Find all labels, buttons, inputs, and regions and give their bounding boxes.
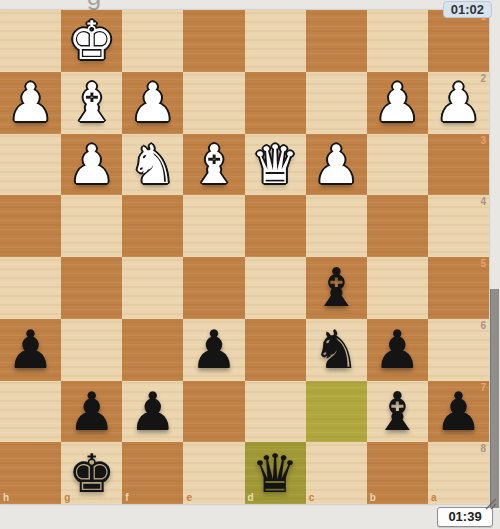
rank-label-2: 2: [480, 73, 486, 84]
square-d4[interactable]: [245, 195, 306, 257]
file-label-a: a: [431, 492, 437, 503]
piece-bP-g7[interactable]: ♟: [61, 381, 122, 443]
square-c1[interactable]: [306, 10, 367, 72]
square-a4[interactable]: 4: [428, 195, 489, 257]
piece-bP-e6[interactable]: ♟: [183, 319, 244, 381]
piece-bB-c5[interactable]: ♝: [306, 257, 367, 319]
square-g6[interactable]: [61, 319, 122, 381]
file-label-d: d: [248, 492, 254, 503]
square-f4[interactable]: [122, 195, 183, 257]
square-f3[interactable]: ♞: [122, 134, 183, 196]
square-a3[interactable]: 3: [428, 134, 489, 196]
square-a1[interactable]: 1: [428, 10, 489, 72]
square-e5[interactable]: [183, 257, 244, 319]
piece-wB-g2[interactable]: ♝: [61, 72, 122, 134]
square-d6[interactable]: [245, 319, 306, 381]
square-d7[interactable]: [245, 381, 306, 443]
app-root: { "app": { "clipped_label": " g", "white…: [0, 0, 500, 529]
square-e4[interactable]: [183, 195, 244, 257]
square-h8[interactable]: h: [0, 442, 61, 504]
square-f6[interactable]: [122, 319, 183, 381]
square-g4[interactable]: [61, 195, 122, 257]
piece-wP-f2[interactable]: ♟: [122, 72, 183, 134]
square-a2[interactable]: 2♟: [428, 72, 489, 134]
piece-wP-h2[interactable]: ♟: [0, 72, 61, 134]
square-g8[interactable]: g♚: [61, 442, 122, 504]
square-c7[interactable]: [306, 381, 367, 443]
square-c3[interactable]: ♟: [306, 134, 367, 196]
rank-label-6: 6: [480, 320, 486, 331]
chess-board: ♚1♟♝♟♟2♟♟♞♝♛♟34♝5♟♟♞♟6♟♟♝7♟hg♚fed♛cb8a: [0, 10, 489, 504]
piece-wP-b2[interactable]: ♟: [367, 72, 428, 134]
square-e1[interactable]: [183, 10, 244, 72]
square-h6[interactable]: ♟: [0, 319, 61, 381]
rank-label-7: 7: [480, 382, 486, 393]
piece-wB-e3[interactable]: ♝: [183, 134, 244, 196]
square-c4[interactable]: [306, 195, 367, 257]
square-h3[interactable]: [0, 134, 61, 196]
square-f5[interactable]: [122, 257, 183, 319]
square-f2[interactable]: ♟: [122, 72, 183, 134]
square-b6[interactable]: ♟: [367, 319, 428, 381]
file-label-g: g: [64, 492, 70, 503]
square-c2[interactable]: [306, 72, 367, 134]
square-g7[interactable]: ♟: [61, 381, 122, 443]
square-b1[interactable]: [367, 10, 428, 72]
square-d5[interactable]: [245, 257, 306, 319]
square-f7[interactable]: ♟: [122, 381, 183, 443]
square-d2[interactable]: [245, 72, 306, 134]
piece-bP-b6[interactable]: ♟: [367, 319, 428, 381]
scrollbar-thumb[interactable]: [490, 289, 499, 508]
square-b3[interactable]: [367, 134, 428, 196]
piece-wP-c3[interactable]: ♟: [306, 134, 367, 196]
square-a7[interactable]: 7♟: [428, 381, 489, 443]
square-c5[interactable]: ♝: [306, 257, 367, 319]
piece-bP-h6[interactable]: ♟: [0, 319, 61, 381]
black-clock: 01:39: [437, 507, 493, 527]
square-a6[interactable]: 6: [428, 319, 489, 381]
square-c6[interactable]: ♞: [306, 319, 367, 381]
square-h2[interactable]: ♟: [0, 72, 61, 134]
rank-label-5: 5: [480, 258, 486, 269]
rank-label-8: 8: [480, 443, 486, 454]
clipped-heading: g: [0, 0, 220, 10]
square-h7[interactable]: [0, 381, 61, 443]
square-b4[interactable]: [367, 195, 428, 257]
file-label-h: h: [3, 492, 9, 503]
square-a5[interactable]: 5: [428, 257, 489, 319]
rank-label-3: 3: [480, 135, 486, 146]
clipped-heading-text: g: [0, 0, 101, 10]
square-b7[interactable]: ♝: [367, 381, 428, 443]
square-d3[interactable]: ♛: [245, 134, 306, 196]
square-g2[interactable]: ♝: [61, 72, 122, 134]
file-label-c: c: [309, 492, 315, 503]
square-g5[interactable]: [61, 257, 122, 319]
square-b8[interactable]: b: [367, 442, 428, 504]
resize-grip-icon[interactable]: [483, 496, 497, 510]
square-c8[interactable]: c: [306, 442, 367, 504]
square-a8[interactable]: 8a: [428, 442, 489, 504]
square-h1[interactable]: [0, 10, 61, 72]
square-b5[interactable]: [367, 257, 428, 319]
square-g3[interactable]: ♟: [61, 134, 122, 196]
piece-bQ-d8[interactable]: ♛: [245, 442, 306, 504]
file-label-b: b: [370, 492, 376, 503]
square-e7[interactable]: [183, 381, 244, 443]
square-e3[interactable]: ♝: [183, 134, 244, 196]
piece-bP-f7[interactable]: ♟: [122, 381, 183, 443]
square-d1[interactable]: [245, 10, 306, 72]
square-g1[interactable]: ♚: [61, 10, 122, 72]
square-f8[interactable]: f: [122, 442, 183, 504]
piece-bN-c6[interactable]: ♞: [306, 319, 367, 381]
rank-label-4: 4: [480, 196, 486, 207]
square-d8[interactable]: d♛: [245, 442, 306, 504]
piece-wQ-d3[interactable]: ♛: [245, 134, 306, 196]
square-b2[interactable]: ♟: [367, 72, 428, 134]
white-clock: 01:02: [443, 1, 492, 18]
square-f1[interactable]: [122, 10, 183, 72]
piece-wK-g1[interactable]: ♚: [61, 10, 122, 72]
file-label-f: f: [125, 492, 128, 503]
file-label-e: e: [186, 492, 192, 503]
square-e8[interactable]: e: [183, 442, 244, 504]
square-h5[interactable]: [0, 257, 61, 319]
piece-wN-f3[interactable]: ♞: [122, 134, 183, 196]
piece-bK-g8[interactable]: ♚: [61, 442, 122, 504]
square-h4[interactable]: [0, 195, 61, 257]
piece-wP-g3[interactable]: ♟: [61, 134, 122, 196]
piece-bB-b7[interactable]: ♝: [367, 381, 428, 443]
square-e2[interactable]: [183, 72, 244, 134]
square-e6[interactable]: ♟: [183, 319, 244, 381]
